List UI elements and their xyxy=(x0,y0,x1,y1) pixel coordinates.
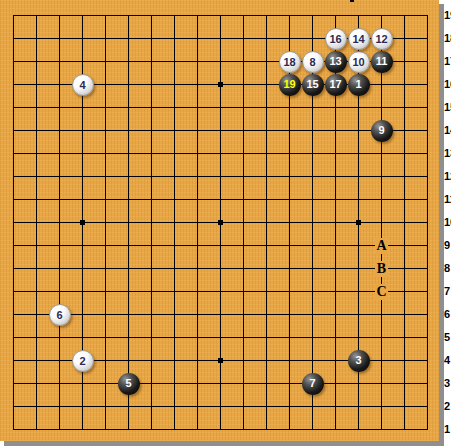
row-label: 8 xyxy=(444,262,450,274)
row-label: 13 xyxy=(444,147,451,159)
stone-white-6: 6 xyxy=(49,304,71,326)
move-number: 17 xyxy=(325,74,347,95)
stone-white-14: 14 xyxy=(348,28,370,50)
move-number: 15 xyxy=(302,74,324,95)
stone-white-10: 10 xyxy=(348,51,370,73)
stone-black-15: 15 xyxy=(302,74,324,96)
star-point xyxy=(218,82,223,87)
move-number: 18 xyxy=(280,52,300,73)
move-number: 19 xyxy=(279,74,301,95)
move-number: 5 xyxy=(118,373,140,394)
board-shadow-bottom xyxy=(4,441,444,446)
stone-white-8: 8 xyxy=(302,51,324,73)
row-label: 3 xyxy=(444,377,450,389)
row-label: 1 xyxy=(444,423,450,435)
move-number: 14 xyxy=(349,29,369,50)
stone-black-13: 13 xyxy=(325,51,347,73)
move-number: 8 xyxy=(303,52,323,73)
variation-label-c[interactable]: C xyxy=(375,284,388,300)
stone-black-3: 3 xyxy=(348,350,370,372)
row-label: 18 xyxy=(444,32,451,44)
row-label: 19 xyxy=(444,9,451,21)
variation-label-b[interactable]: B xyxy=(375,261,388,277)
stone-white-16: 16 xyxy=(325,28,347,50)
move-number: 1 xyxy=(348,74,370,95)
stone-white-4: 4 xyxy=(72,74,94,96)
star-point xyxy=(218,358,223,363)
move-number: 12 xyxy=(372,29,392,50)
variation-label-a[interactable]: A xyxy=(375,238,388,254)
row-label: 16 xyxy=(444,78,451,90)
row-label: 10 xyxy=(444,216,451,228)
stone-black-5: 5 xyxy=(118,373,140,395)
star-point xyxy=(356,220,361,225)
move-number: 9 xyxy=(371,120,393,141)
cropped-text-artifact xyxy=(350,0,354,2)
row-label: 7 xyxy=(444,285,450,297)
row-label: 5 xyxy=(444,331,450,343)
row-label: 12 xyxy=(444,170,451,182)
stone-white-18: 18 xyxy=(279,51,301,73)
stone-black-19: 19 xyxy=(279,74,301,96)
star-point xyxy=(218,220,223,225)
row-label: 9 xyxy=(444,239,450,251)
go-board[interactable]: 12345678910111213141516171819ABC xyxy=(0,0,439,441)
stone-black-17: 17 xyxy=(325,74,347,96)
stone-white-12: 12 xyxy=(371,28,393,50)
star-point xyxy=(80,220,85,225)
row-label: 15 xyxy=(444,101,451,113)
move-number: 13 xyxy=(325,51,347,72)
go-app-window: 12345678910111213141516171819ABC 1918171… xyxy=(0,0,451,448)
move-number: 4 xyxy=(73,75,93,96)
row-label: 17 xyxy=(444,55,451,67)
move-number: 6 xyxy=(50,305,70,326)
move-number: 7 xyxy=(302,373,324,394)
row-label: 11 xyxy=(444,193,451,205)
stone-black-9: 9 xyxy=(371,120,393,142)
row-label: 6 xyxy=(444,308,450,320)
row-label: 14 xyxy=(444,124,451,136)
stone-black-1: 1 xyxy=(348,74,370,96)
stone-black-11: 11 xyxy=(371,51,393,73)
stone-black-7: 7 xyxy=(302,373,324,395)
row-label: 4 xyxy=(444,354,450,366)
move-number: 2 xyxy=(73,351,93,372)
move-number: 3 xyxy=(348,350,370,371)
move-number: 10 xyxy=(349,52,369,73)
move-number: 16 xyxy=(326,29,346,50)
move-number: 11 xyxy=(371,51,393,72)
row-label: 2 xyxy=(444,400,450,412)
stone-white-2: 2 xyxy=(72,350,94,372)
row-coordinates: 19181716151413121110987654321 xyxy=(444,0,451,448)
